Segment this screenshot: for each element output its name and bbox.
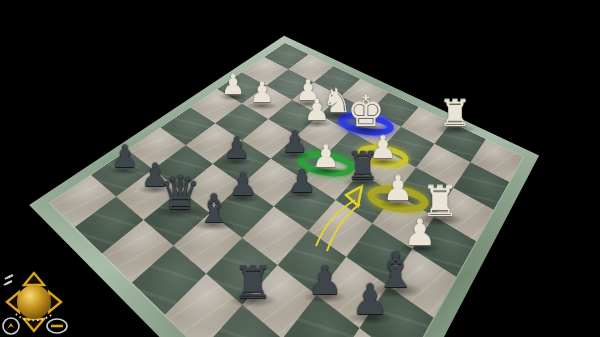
reset-view-button[interactable] xyxy=(3,318,19,334)
game-viewport: ♟♟♟♞♟♜♚♟♟♟♟♟♜♟♟♟♟♛♜♝♟♝♟♜♟ xyxy=(0,0,600,337)
board-grid[interactable] xyxy=(50,43,523,337)
camera-control-widget[interactable] xyxy=(0,266,96,336)
camera-orb[interactable] xyxy=(17,285,51,319)
speed-lines-icon[interactable] xyxy=(4,275,13,285)
camera-pan-up-button[interactable] xyxy=(24,273,44,285)
chess-board[interactable] xyxy=(29,36,539,337)
zoom-out-button[interactable] xyxy=(47,319,67,333)
